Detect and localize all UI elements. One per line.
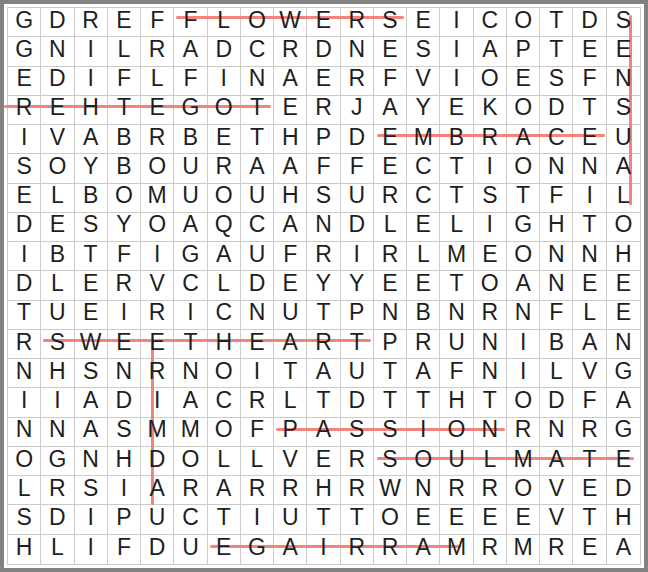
cell-r9-c10[interactable]: R: [307, 242, 340, 271]
cell-r17-c19[interactable]: D: [607, 476, 640, 505]
cell-r9-c6[interactable]: G: [174, 242, 207, 271]
cell-r1-c6[interactable]: F: [174, 8, 207, 37]
cell-r4-c3[interactable]: H: [75, 96, 108, 125]
cell-r17-c5[interactable]: A: [141, 476, 174, 505]
cell-r10-c10[interactable]: Y: [307, 271, 340, 300]
cell-r8-c19[interactable]: O: [607, 213, 640, 242]
cell-r5-c2[interactable]: V: [41, 125, 74, 154]
cell-r11-c16[interactable]: N: [507, 301, 540, 330]
cell-r6-c9[interactable]: A: [274, 154, 307, 183]
cell-r11-c9[interactable]: U: [274, 301, 307, 330]
cell-r12-c1[interactable]: R: [8, 330, 41, 359]
cell-r14-c16[interactable]: O: [507, 388, 540, 417]
cell-r15-c1[interactable]: N: [8, 418, 41, 447]
cell-r5-c18[interactable]: E: [573, 125, 606, 154]
cell-r16-c18[interactable]: T: [573, 447, 606, 476]
cell-r2-c9[interactable]: R: [274, 37, 307, 66]
cell-r1-c14[interactable]: I: [440, 8, 473, 37]
cell-r6-c17[interactable]: N: [540, 154, 573, 183]
cell-r14-c14[interactable]: H: [440, 388, 473, 417]
cell-r8-c15[interactable]: I: [474, 213, 507, 242]
cell-r1-c13[interactable]: E: [407, 8, 440, 37]
cell-r7-c5[interactable]: M: [141, 184, 174, 213]
cell-r13-c17[interactable]: L: [540, 359, 573, 388]
cell-r2-c18[interactable]: E: [573, 37, 606, 66]
cell-r19-c12[interactable]: R: [374, 535, 407, 564]
cell-r10-c1[interactable]: D: [8, 271, 41, 300]
cell-r13-c19[interactable]: G: [607, 359, 640, 388]
cell-r1-c18[interactable]: D: [573, 8, 606, 37]
cell-r5-c15[interactable]: R: [474, 125, 507, 154]
cell-r12-c4[interactable]: E: [108, 330, 141, 359]
cell-r16-c12[interactable]: S: [374, 447, 407, 476]
cell-r16-c6[interactable]: O: [174, 447, 207, 476]
cell-r9-c3[interactable]: T: [75, 242, 108, 271]
cell-r3-c10[interactable]: E: [307, 67, 340, 96]
cell-r3-c4[interactable]: F: [108, 67, 141, 96]
cell-r18-c15[interactable]: E: [474, 505, 507, 534]
cell-r16-c19[interactable]: E: [607, 447, 640, 476]
cell-r8-c1[interactable]: D: [8, 213, 41, 242]
cell-r19-c4[interactable]: F: [108, 535, 141, 564]
cell-r4-c19[interactable]: S: [607, 96, 640, 125]
cell-r12-c18[interactable]: A: [573, 330, 606, 359]
cell-r13-c16[interactable]: I: [507, 359, 540, 388]
cell-r10-c19[interactable]: E: [607, 271, 640, 300]
cell-r9-c17[interactable]: N: [540, 242, 573, 271]
cell-r3-c3[interactable]: I: [75, 67, 108, 96]
cell-r13-c2[interactable]: H: [41, 359, 74, 388]
cell-r11-c1[interactable]: T: [8, 301, 41, 330]
cell-r13-c14[interactable]: F: [440, 359, 473, 388]
cell-r1-c11[interactable]: R: [341, 8, 374, 37]
cell-r9-c13[interactable]: L: [407, 242, 440, 271]
cell-r1-c9[interactable]: W: [274, 8, 307, 37]
cell-r3-c16[interactable]: E: [507, 67, 540, 96]
cell-r15-c15[interactable]: N: [474, 418, 507, 447]
cell-r7-c14[interactable]: T: [440, 184, 473, 213]
cell-r1-c7[interactable]: L: [208, 8, 241, 37]
cell-r10-c16[interactable]: A: [507, 271, 540, 300]
cell-r14-c2[interactable]: I: [41, 388, 74, 417]
cell-r10-c5[interactable]: V: [141, 271, 174, 300]
cell-r19-c14[interactable]: M: [440, 535, 473, 564]
cell-r17-c1[interactable]: L: [8, 476, 41, 505]
cell-r17-c6[interactable]: R: [174, 476, 207, 505]
cell-r19-c2[interactable]: L: [41, 535, 74, 564]
cell-r4-c14[interactable]: E: [440, 96, 473, 125]
cell-r15-c6[interactable]: M: [174, 418, 207, 447]
cell-r7-c11[interactable]: U: [341, 184, 374, 213]
cell-r2-c19[interactable]: E: [607, 37, 640, 66]
cell-r14-c9[interactable]: L: [274, 388, 307, 417]
cell-r18-c3[interactable]: I: [75, 505, 108, 534]
cell-r6-c11[interactable]: F: [341, 154, 374, 183]
cell-r10-c8[interactable]: D: [241, 271, 274, 300]
cell-r15-c12[interactable]: S: [374, 418, 407, 447]
cell-r8-c17[interactable]: H: [540, 213, 573, 242]
cell-r6-c12[interactable]: E: [374, 154, 407, 183]
cell-r13-c6[interactable]: N: [174, 359, 207, 388]
cell-r12-c5[interactable]: E: [141, 330, 174, 359]
cell-r10-c2[interactable]: L: [41, 271, 74, 300]
cell-r8-c7[interactable]: Q: [208, 213, 241, 242]
cell-r4-c2[interactable]: E: [41, 96, 74, 125]
cell-r5-c5[interactable]: R: [141, 125, 174, 154]
cell-r9-c18[interactable]: N: [573, 242, 606, 271]
cell-r11-c15[interactable]: R: [474, 301, 507, 330]
cell-r4-c1[interactable]: R: [8, 96, 41, 125]
cell-r5-c3[interactable]: A: [75, 125, 108, 154]
cell-r2-c6[interactable]: A: [174, 37, 207, 66]
cell-r9-c9[interactable]: F: [274, 242, 307, 271]
cell-r6-c3[interactable]: Y: [75, 154, 108, 183]
cell-r1-c10[interactable]: E: [307, 8, 340, 37]
cell-r17-c4[interactable]: I: [108, 476, 141, 505]
cell-r12-c7[interactable]: H: [208, 330, 241, 359]
cell-r10-c17[interactable]: N: [540, 271, 573, 300]
cell-r2-c12[interactable]: E: [374, 37, 407, 66]
cell-r12-c10[interactable]: R: [307, 330, 340, 359]
cell-r10-c6[interactable]: C: [174, 271, 207, 300]
cell-r12-c13[interactable]: R: [407, 330, 440, 359]
cell-r8-c8[interactable]: C: [241, 213, 274, 242]
cell-r4-c5[interactable]: E: [141, 96, 174, 125]
cell-r15-c5[interactable]: M: [141, 418, 174, 447]
cell-r6-c16[interactable]: O: [507, 154, 540, 183]
cell-r12-c17[interactable]: B: [540, 330, 573, 359]
cell-r7-c4[interactable]: O: [108, 184, 141, 213]
cell-r16-c9[interactable]: V: [274, 447, 307, 476]
cell-r16-c14[interactable]: U: [440, 447, 473, 476]
cell-r1-c4[interactable]: E: [108, 8, 141, 37]
cell-r1-c8[interactable]: O: [241, 8, 274, 37]
cell-r17-c3[interactable]: S: [75, 476, 108, 505]
cell-r2-c1[interactable]: G: [8, 37, 41, 66]
cell-r9-c1[interactable]: I: [8, 242, 41, 271]
cell-r16-c2[interactable]: G: [41, 447, 74, 476]
cell-r11-c4[interactable]: I: [108, 301, 141, 330]
cell-r5-c6[interactable]: B: [174, 125, 207, 154]
cell-r2-c14[interactable]: I: [440, 37, 473, 66]
cell-r12-c8[interactable]: E: [241, 330, 274, 359]
cell-r18-c10[interactable]: T: [307, 505, 340, 534]
cell-r13-c1[interactable]: N: [8, 359, 41, 388]
cell-r8-c13[interactable]: E: [407, 213, 440, 242]
cell-r15-c2[interactable]: N: [41, 418, 74, 447]
cell-r15-c8[interactable]: F: [241, 418, 274, 447]
cell-r12-c2[interactable]: S: [41, 330, 74, 359]
cell-r7-c16[interactable]: T: [507, 184, 540, 213]
cell-r14-c15[interactable]: T: [474, 388, 507, 417]
cell-r3-c11[interactable]: R: [341, 67, 374, 96]
cell-r4-c4[interactable]: T: [108, 96, 141, 125]
cell-r7-c12[interactable]: R: [374, 184, 407, 213]
cell-r13-c12[interactable]: T: [374, 359, 407, 388]
cell-r6-c1[interactable]: S: [8, 154, 41, 183]
cell-r11-c10[interactable]: T: [307, 301, 340, 330]
cell-r6-c15[interactable]: I: [474, 154, 507, 183]
cell-r5-c12[interactable]: E: [374, 125, 407, 154]
cell-r11-c2[interactable]: U: [41, 301, 74, 330]
cell-r12-c11[interactable]: T: [341, 330, 374, 359]
cell-r16-c7[interactable]: L: [208, 447, 241, 476]
cell-r11-c14[interactable]: N: [440, 301, 473, 330]
cell-r18-c8[interactable]: I: [241, 505, 274, 534]
cell-r16-c10[interactable]: E: [307, 447, 340, 476]
cell-r16-c4[interactable]: H: [108, 447, 141, 476]
cell-r18-c6[interactable]: C: [174, 505, 207, 534]
cell-r13-c5[interactable]: R: [141, 359, 174, 388]
cell-r2-c16[interactable]: P: [507, 37, 540, 66]
cell-r18-c9[interactable]: U: [274, 505, 307, 534]
cell-r3-c13[interactable]: V: [407, 67, 440, 96]
cell-r14-c8[interactable]: R: [241, 388, 274, 417]
cell-r17-c11[interactable]: R: [341, 476, 374, 505]
cell-r3-c19[interactable]: N: [607, 67, 640, 96]
cell-r7-c17[interactable]: F: [540, 184, 573, 213]
cell-r3-c9[interactable]: A: [274, 67, 307, 96]
cell-r9-c19[interactable]: H: [607, 242, 640, 271]
cell-r7-c15[interactable]: S: [474, 184, 507, 213]
cell-r6-c7[interactable]: R: [208, 154, 241, 183]
cell-r15-c13[interactable]: I: [407, 418, 440, 447]
cell-r5-c1[interactable]: I: [8, 125, 41, 154]
cell-r2-c3[interactable]: I: [75, 37, 108, 66]
cell-r13-c7[interactable]: O: [208, 359, 241, 388]
cell-r15-c18[interactable]: R: [573, 418, 606, 447]
cell-r14-c19[interactable]: A: [607, 388, 640, 417]
cell-r1-c12[interactable]: S: [374, 8, 407, 37]
cell-r9-c15[interactable]: E: [474, 242, 507, 271]
cell-r5-c13[interactable]: M: [407, 125, 440, 154]
cell-r18-c19[interactable]: H: [607, 505, 640, 534]
cell-r19-c18[interactable]: E: [573, 535, 606, 564]
cell-r17-c12[interactable]: W: [374, 476, 407, 505]
cell-r11-c5[interactable]: R: [141, 301, 174, 330]
cell-r9-c8[interactable]: U: [241, 242, 274, 271]
cell-r19-c17[interactable]: R: [540, 535, 573, 564]
cell-r5-c11[interactable]: D: [341, 125, 374, 154]
cell-r8-c18[interactable]: T: [573, 213, 606, 242]
cell-r2-c7[interactable]: D: [208, 37, 241, 66]
cell-r15-c9[interactable]: P: [274, 418, 307, 447]
cell-r10-c18[interactable]: E: [573, 271, 606, 300]
cell-r1-c17[interactable]: T: [540, 8, 573, 37]
cell-r13-c4[interactable]: N: [108, 359, 141, 388]
cell-r15-c17[interactable]: N: [540, 418, 573, 447]
cell-r8-c14[interactable]: L: [440, 213, 473, 242]
cell-r6-c5[interactable]: O: [141, 154, 174, 183]
cell-r13-c9[interactable]: T: [274, 359, 307, 388]
cell-r10-c3[interactable]: E: [75, 271, 108, 300]
cell-r16-c5[interactable]: D: [141, 447, 174, 476]
cell-r3-c7[interactable]: I: [208, 67, 241, 96]
cell-r10-c11[interactable]: Y: [341, 271, 374, 300]
cell-r18-c1[interactable]: S: [8, 505, 41, 534]
cell-r5-c4[interactable]: B: [108, 125, 141, 154]
cell-r5-c8[interactable]: T: [241, 125, 274, 154]
cell-r4-c8[interactable]: T: [241, 96, 274, 125]
cell-r8-c4[interactable]: Y: [108, 213, 141, 242]
cell-r2-c11[interactable]: N: [341, 37, 374, 66]
cell-r6-c8[interactable]: A: [241, 154, 274, 183]
cell-r16-c16[interactable]: M: [507, 447, 540, 476]
cell-r16-c3[interactable]: N: [75, 447, 108, 476]
cell-r13-c18[interactable]: V: [573, 359, 606, 388]
cell-r4-c17[interactable]: D: [540, 96, 573, 125]
cell-r5-c14[interactable]: B: [440, 125, 473, 154]
cell-r12-c6[interactable]: T: [174, 330, 207, 359]
cell-r7-c18[interactable]: I: [573, 184, 606, 213]
cell-r7-c7[interactable]: O: [208, 184, 241, 213]
cell-r15-c7[interactable]: O: [208, 418, 241, 447]
cell-r6-c2[interactable]: O: [41, 154, 74, 183]
cell-r14-c6[interactable]: A: [174, 388, 207, 417]
cell-r8-c2[interactable]: E: [41, 213, 74, 242]
cell-r1-c3[interactable]: R: [75, 8, 108, 37]
cell-r2-c10[interactable]: D: [307, 37, 340, 66]
cell-r18-c17[interactable]: V: [540, 505, 573, 534]
cell-r3-c12[interactable]: F: [374, 67, 407, 96]
cell-r5-c7[interactable]: E: [208, 125, 241, 154]
cell-r3-c8[interactable]: N: [241, 67, 274, 96]
cell-r4-c12[interactable]: A: [374, 96, 407, 125]
cell-r12-c3[interactable]: W: [75, 330, 108, 359]
cell-r4-c9[interactable]: E: [274, 96, 307, 125]
cell-r10-c13[interactable]: E: [407, 271, 440, 300]
cell-r7-c1[interactable]: E: [8, 184, 41, 213]
cell-r3-c1[interactable]: E: [8, 67, 41, 96]
cell-r1-c16[interactable]: O: [507, 8, 540, 37]
cell-r19-c6[interactable]: U: [174, 535, 207, 564]
cell-r10-c9[interactable]: E: [274, 271, 307, 300]
cell-r4-c6[interactable]: G: [174, 96, 207, 125]
cell-r18-c2[interactable]: D: [41, 505, 74, 534]
cell-r17-c13[interactable]: N: [407, 476, 440, 505]
cell-r4-c7[interactable]: O: [208, 96, 241, 125]
cell-r9-c14[interactable]: M: [440, 242, 473, 271]
cell-r7-c13[interactable]: C: [407, 184, 440, 213]
cell-r10-c4[interactable]: R: [108, 271, 141, 300]
cell-r8-c11[interactable]: D: [341, 213, 374, 242]
cell-r16-c1[interactable]: O: [8, 447, 41, 476]
cell-r11-c3[interactable]: E: [75, 301, 108, 330]
cell-r12-c15[interactable]: N: [474, 330, 507, 359]
cell-r1-c5[interactable]: F: [141, 8, 174, 37]
cell-r5-c19[interactable]: U: [607, 125, 640, 154]
cell-r6-c6[interactable]: U: [174, 154, 207, 183]
cell-r7-c3[interactable]: B: [75, 184, 108, 213]
cell-r17-c18[interactable]: E: [573, 476, 606, 505]
cell-r14-c11[interactable]: D: [341, 388, 374, 417]
cell-r10-c14[interactable]: T: [440, 271, 473, 300]
cell-r18-c18[interactable]: T: [573, 505, 606, 534]
cell-r1-c2[interactable]: D: [41, 8, 74, 37]
cell-r14-c12[interactable]: T: [374, 388, 407, 417]
cell-r2-c5[interactable]: R: [141, 37, 174, 66]
cell-r6-c13[interactable]: C: [407, 154, 440, 183]
cell-r17-c17[interactable]: V: [540, 476, 573, 505]
cell-r16-c15[interactable]: L: [474, 447, 507, 476]
cell-r9-c7[interactable]: A: [208, 242, 241, 271]
cell-r17-c9[interactable]: R: [274, 476, 307, 505]
cell-r18-c5[interactable]: U: [141, 505, 174, 534]
cell-r19-c13[interactable]: A: [407, 535, 440, 564]
cell-r17-c15[interactable]: R: [474, 476, 507, 505]
cell-r14-c17[interactable]: D: [540, 388, 573, 417]
cell-r1-c1[interactable]: G: [8, 8, 41, 37]
cell-r19-c19[interactable]: A: [607, 535, 640, 564]
cell-r14-c3[interactable]: A: [75, 388, 108, 417]
cell-r4-c10[interactable]: R: [307, 96, 340, 125]
cell-r19-c15[interactable]: R: [474, 535, 507, 564]
cell-r15-c14[interactable]: O: [440, 418, 473, 447]
cell-r16-c13[interactable]: O: [407, 447, 440, 476]
cell-r8-c10[interactable]: N: [307, 213, 340, 242]
cell-r9-c16[interactable]: O: [507, 242, 540, 271]
cell-r4-c18[interactable]: T: [573, 96, 606, 125]
cell-r13-c3[interactable]: S: [75, 359, 108, 388]
cell-r15-c3[interactable]: A: [75, 418, 108, 447]
cell-r15-c11[interactable]: S: [341, 418, 374, 447]
cell-r19-c1[interactable]: H: [8, 535, 41, 564]
cell-r8-c12[interactable]: L: [374, 213, 407, 242]
cell-r18-c12[interactable]: O: [374, 505, 407, 534]
cell-r6-c19[interactable]: A: [607, 154, 640, 183]
cell-r3-c15[interactable]: O: [474, 67, 507, 96]
cell-r17-c2[interactable]: R: [41, 476, 74, 505]
cell-r7-c10[interactable]: S: [307, 184, 340, 213]
cell-r1-c19[interactable]: S: [607, 8, 640, 37]
cell-r3-c18[interactable]: F: [573, 67, 606, 96]
cell-r7-c19[interactable]: L: [607, 184, 640, 213]
cell-r12-c9[interactable]: A: [274, 330, 307, 359]
cell-r19-c7[interactable]: E: [208, 535, 241, 564]
cell-r14-c18[interactable]: F: [573, 388, 606, 417]
cell-r9-c5[interactable]: I: [141, 242, 174, 271]
cell-r18-c7[interactable]: T: [208, 505, 241, 534]
cell-r6-c14[interactable]: T: [440, 154, 473, 183]
cell-r19-c11[interactable]: R: [341, 535, 374, 564]
cell-r17-c10[interactable]: H: [307, 476, 340, 505]
cell-r8-c6[interactable]: A: [174, 213, 207, 242]
cell-r15-c4[interactable]: S: [108, 418, 141, 447]
cell-r9-c12[interactable]: R: [374, 242, 407, 271]
cell-r18-c13[interactable]: E: [407, 505, 440, 534]
cell-r11-c13[interactable]: B: [407, 301, 440, 330]
cell-r5-c9[interactable]: H: [274, 125, 307, 154]
cell-r11-c17[interactable]: F: [540, 301, 573, 330]
cell-r13-c11[interactable]: U: [341, 359, 374, 388]
cell-r11-c19[interactable]: E: [607, 301, 640, 330]
cell-r14-c10[interactable]: T: [307, 388, 340, 417]
cell-r9-c4[interactable]: F: [108, 242, 141, 271]
cell-r15-c16[interactable]: R: [507, 418, 540, 447]
cell-r4-c11[interactable]: J: [341, 96, 374, 125]
cell-r11-c12[interactable]: N: [374, 301, 407, 330]
cell-r8-c16[interactable]: G: [507, 213, 540, 242]
cell-r3-c5[interactable]: L: [141, 67, 174, 96]
cell-r11-c11[interactable]: P: [341, 301, 374, 330]
cell-r18-c4[interactable]: P: [108, 505, 141, 534]
cell-r13-c10[interactable]: A: [307, 359, 340, 388]
cell-r3-c14[interactable]: I: [440, 67, 473, 96]
cell-r8-c5[interactable]: O: [141, 213, 174, 242]
cell-r6-c10[interactable]: F: [307, 154, 340, 183]
cell-r12-c14[interactable]: U: [440, 330, 473, 359]
cell-r11-c7[interactable]: C: [208, 301, 241, 330]
